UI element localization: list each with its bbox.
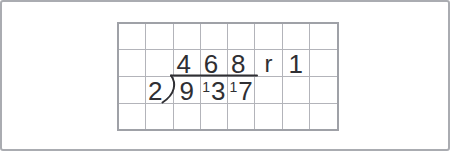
cell-r2c4: 17 — [228, 77, 255, 104]
cell-r2c7 — [310, 77, 337, 104]
dividend-digit: 7 — [238, 78, 252, 104]
quotient-digit: 6 — [204, 51, 218, 77]
cell-r2c5 — [255, 77, 282, 104]
cell-r3c6 — [283, 104, 310, 130]
dividend-digit: 9 — [179, 78, 193, 104]
cell-r2c1: 2 — [146, 77, 173, 104]
cell-r1c5: r — [255, 50, 282, 77]
division-grid: 468r1291317 — [117, 22, 339, 131]
cell-r0c7 — [310, 24, 337, 50]
cell-r2c0 — [119, 77, 146, 104]
cell-r3c0 — [119, 104, 146, 130]
cell-r3c7 — [310, 104, 337, 130]
cell-r1c4: 8 — [228, 50, 255, 77]
dividend-digit: 3 — [211, 78, 225, 104]
cell-r2c6 — [283, 77, 310, 104]
cell-r1c7 — [310, 50, 337, 77]
cell-r3c1 — [146, 104, 173, 130]
cell-r1c6: 1 — [283, 50, 310, 77]
cell-r0c0 — [119, 24, 146, 50]
remainder-label: r — [264, 52, 272, 76]
quotient-digit: 4 — [176, 51, 190, 77]
carry-digit: 1 — [202, 80, 210, 94]
cell-r3c5 — [255, 104, 282, 130]
worksheet-canvas: 468r1291317 — [0, 0, 450, 151]
cell-r0c6 — [283, 24, 310, 50]
divisor-digit: 2 — [148, 78, 162, 104]
cell-r0c3 — [201, 24, 228, 50]
cell-r0c4 — [228, 24, 255, 50]
cell-r3c4 — [228, 104, 255, 130]
cell-r1c1 — [146, 50, 173, 77]
cell-r0c1 — [146, 24, 173, 50]
quotient-digit: 8 — [231, 51, 245, 77]
cell-r1c2: 4 — [174, 50, 201, 77]
cell-r0c5 — [255, 24, 282, 50]
cell-r3c3 — [201, 104, 228, 130]
cell-r2c2: 9 — [174, 77, 201, 104]
remainder-digit: 1 — [288, 51, 302, 77]
cell-r1c0 — [119, 50, 146, 77]
cell-r0c2 — [174, 24, 201, 50]
cell-r1c3: 6 — [201, 50, 228, 77]
cell-r2c3: 13 — [201, 77, 228, 104]
cell-r3c2 — [174, 104, 201, 130]
carry-digit: 1 — [229, 80, 237, 94]
